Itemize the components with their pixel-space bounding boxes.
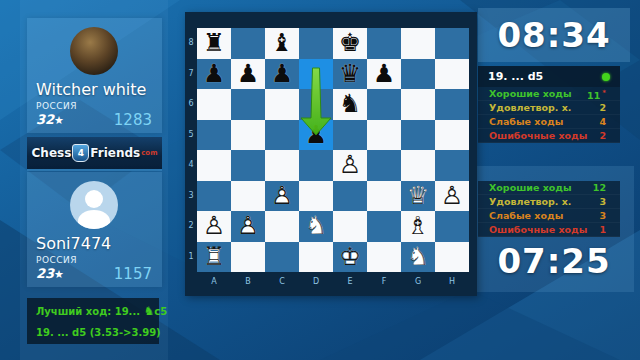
white-rook-piece[interactable]: ♜♖ bbox=[197, 242, 231, 273]
stat-row: Слабые ходы3 bbox=[478, 209, 620, 223]
white-pawn-piece[interactable]: ♟♙ bbox=[435, 181, 469, 212]
square-h7[interactable] bbox=[435, 59, 469, 90]
stat-value: 3 bbox=[599, 195, 606, 208]
square-f1[interactable] bbox=[367, 242, 401, 273]
chess4friends-logo[interactable]: Chess 4 Friends com bbox=[27, 137, 162, 171]
square-c5[interactable] bbox=[265, 120, 299, 151]
black-pawn-piece[interactable]: ♟ bbox=[367, 59, 401, 90]
player-panel-bottom: Soni7474 РОССИЯ 23★ 1157 bbox=[27, 172, 162, 287]
black-knight-piece[interactable]: ♞ bbox=[333, 89, 367, 120]
white-bishop-piece[interactable]: ♝♗ bbox=[401, 211, 435, 242]
square-b1[interactable] bbox=[231, 242, 265, 273]
stat-row: Удовлетвор. х.3 bbox=[478, 195, 620, 209]
rank-label: 3 bbox=[185, 181, 197, 212]
black-pawn-piece[interactable]: ♟ bbox=[197, 59, 231, 90]
square-c6[interactable] bbox=[265, 89, 299, 120]
player-bottom-avatar bbox=[70, 181, 118, 229]
stat-row: Хорошие ходы11* bbox=[478, 87, 620, 101]
black-king-piece[interactable]: ♚ bbox=[333, 28, 367, 59]
logo-word2: Friends bbox=[90, 146, 140, 160]
played-move-line: 19. ... d5 (3.53->3.99) bbox=[36, 327, 150, 338]
white-pawn-piece[interactable]: ♟♙ bbox=[231, 211, 265, 242]
black-pawn-piece[interactable]: ♟ bbox=[265, 59, 299, 90]
file-label: A bbox=[197, 272, 231, 296]
current-move-text: 19. ... d5 bbox=[488, 70, 543, 83]
file-label: G bbox=[401, 272, 435, 296]
star-icon: ★ bbox=[54, 114, 64, 127]
square-e6[interactable]: ♞ bbox=[333, 89, 367, 120]
square-d3[interactable] bbox=[299, 181, 333, 212]
square-g7[interactable] bbox=[401, 59, 435, 90]
file-label: C bbox=[265, 272, 299, 296]
square-d1[interactable] bbox=[299, 242, 333, 273]
rank-label: 1 bbox=[185, 242, 197, 273]
square-f2[interactable] bbox=[367, 211, 401, 242]
white-king-piece[interactable]: ♚♔ bbox=[333, 242, 367, 273]
stat-label: Хорошие ходы bbox=[489, 181, 572, 194]
square-g1[interactable]: ♞♘ bbox=[401, 242, 435, 273]
square-a5[interactable] bbox=[197, 120, 231, 151]
chess-board[interactable]: 87654321 ♜♝♚♟♟♟♛♟♞♟♟♙♟♙♛♕♟♙♟♙♟♙♞♘♝♗♜♖♚♔♞… bbox=[185, 12, 477, 296]
square-d6[interactable] bbox=[299, 89, 333, 120]
rank-label: 5 bbox=[185, 120, 197, 151]
stat-label: Удовлетвор. х. bbox=[489, 195, 571, 208]
white-pawn-piece[interactable]: ♟♙ bbox=[265, 181, 299, 212]
white-pawn-piece[interactable]: ♟♙ bbox=[197, 211, 231, 242]
stat-row: Хорошие ходы12 bbox=[478, 181, 620, 195]
logo-shield-icon: 4 bbox=[72, 144, 89, 162]
square-g2[interactable]: ♝♗ bbox=[401, 211, 435, 242]
black-rook-piece[interactable]: ♜ bbox=[197, 28, 231, 59]
stat-mark: * bbox=[602, 89, 606, 97]
black-pawn-piece[interactable]: ♟ bbox=[299, 120, 333, 151]
stat-label: Слабые ходы bbox=[489, 209, 563, 222]
square-h2[interactable] bbox=[435, 211, 469, 242]
file-label: F bbox=[367, 272, 401, 296]
best-move-line: Лучший ход: 19... ♞c5 bbox=[36, 304, 150, 318]
square-h5[interactable] bbox=[435, 120, 469, 151]
file-labels: ABCDEFGH bbox=[197, 272, 469, 296]
square-b8[interactable] bbox=[231, 28, 265, 59]
square-c7[interactable]: ♟ bbox=[265, 59, 299, 90]
stat-value: 4 bbox=[599, 115, 606, 128]
rank-label: 4 bbox=[185, 150, 197, 181]
file-label: E bbox=[333, 272, 367, 296]
black-queen-piece[interactable]: ♛ bbox=[333, 59, 367, 90]
square-f4[interactable] bbox=[367, 150, 401, 181]
square-e2[interactable] bbox=[333, 211, 367, 242]
stat-row: Слабые ходы4 bbox=[478, 115, 620, 129]
white-knight-piece[interactable]: ♞♘ bbox=[401, 242, 435, 273]
square-c3[interactable]: ♟♙ bbox=[265, 181, 299, 212]
square-g3[interactable]: ♛♕ bbox=[401, 181, 435, 212]
square-f6[interactable] bbox=[367, 89, 401, 120]
square-d4[interactable] bbox=[299, 150, 333, 181]
square-d5[interactable]: ♟ bbox=[299, 120, 333, 151]
player-top-rating: 1283 bbox=[114, 111, 152, 129]
square-a7[interactable]: ♟ bbox=[197, 59, 231, 90]
square-e8[interactable]: ♚ bbox=[333, 28, 367, 59]
square-f3[interactable] bbox=[367, 181, 401, 212]
square-h3[interactable]: ♟♙ bbox=[435, 181, 469, 212]
square-b7[interactable]: ♟ bbox=[231, 59, 265, 90]
square-g6[interactable] bbox=[401, 89, 435, 120]
square-d8[interactable] bbox=[299, 28, 333, 59]
stat-value: 2 bbox=[599, 101, 606, 114]
square-c2[interactable] bbox=[265, 211, 299, 242]
file-label: H bbox=[435, 272, 469, 296]
rank-labels: 87654321 bbox=[185, 28, 197, 272]
black-bishop-piece[interactable]: ♝ bbox=[265, 28, 299, 59]
stat-value: 12 bbox=[593, 181, 606, 194]
square-c1[interactable] bbox=[265, 242, 299, 273]
stat-label: Удовлетвор. х. bbox=[489, 101, 571, 114]
stat-label: Ошибочные ходы bbox=[489, 129, 587, 142]
stat-label: Слабые ходы bbox=[489, 115, 563, 128]
rank-label: 6 bbox=[185, 89, 197, 120]
square-d7[interactable] bbox=[299, 59, 333, 90]
square-a1[interactable]: ♜♖ bbox=[197, 242, 231, 273]
square-e7[interactable]: ♛ bbox=[333, 59, 367, 90]
file-label: D bbox=[299, 272, 333, 296]
player-top-stars: 32★ bbox=[36, 112, 64, 127]
square-h6[interactable] bbox=[435, 89, 469, 120]
white-pawn-piece[interactable]: ♟♙ bbox=[333, 150, 367, 181]
rank-label: 8 bbox=[185, 28, 197, 59]
knight-icon: ♞ bbox=[143, 304, 154, 318]
stat-value: 11* bbox=[587, 87, 606, 100]
square-a3[interactable] bbox=[197, 181, 231, 212]
square-b2[interactable]: ♟♙ bbox=[231, 211, 265, 242]
square-f5[interactable] bbox=[367, 120, 401, 151]
avatar-silhouette-icon bbox=[85, 190, 103, 208]
file-label: B bbox=[231, 272, 265, 296]
square-h8[interactable] bbox=[435, 28, 469, 59]
rank-label: 2 bbox=[185, 211, 197, 242]
player-top-name: Witcher white bbox=[36, 80, 156, 99]
player-panel-top: Witcher white РОССИЯ 32★ 1283 bbox=[27, 18, 162, 133]
stats-bottom: Хорошие ходы12Удовлетвор. х.3Слабые ходы… bbox=[478, 181, 620, 237]
square-f8[interactable] bbox=[367, 28, 401, 59]
square-b4[interactable] bbox=[231, 150, 265, 181]
white-knight-piece[interactable]: ♞♘ bbox=[299, 211, 333, 242]
stat-value: 3 bbox=[599, 209, 606, 222]
square-c4[interactable] bbox=[265, 150, 299, 181]
white-queen-piece[interactable]: ♛♕ bbox=[401, 181, 435, 212]
analysis-panel: Лучший ход: 19... ♞c5 19. ... d5 (3.53->… bbox=[27, 298, 159, 344]
square-h1[interactable] bbox=[435, 242, 469, 273]
clock-top: 08:34 bbox=[478, 8, 630, 62]
square-a4[interactable] bbox=[197, 150, 231, 181]
square-b5[interactable] bbox=[231, 120, 265, 151]
square-g5[interactable] bbox=[401, 120, 435, 151]
player-top-avatar bbox=[70, 27, 118, 75]
square-b3[interactable] bbox=[231, 181, 265, 212]
square-e3[interactable] bbox=[333, 181, 367, 212]
clock-bottom: 07:25 bbox=[478, 234, 630, 288]
stat-label: Хорошие ходы bbox=[489, 87, 572, 100]
player-bottom-name: Soni7474 bbox=[36, 234, 156, 253]
square-a2[interactable]: ♟♙ bbox=[197, 211, 231, 242]
stat-value: 2 bbox=[599, 129, 606, 142]
player-bottom-stars: 23★ bbox=[36, 266, 64, 281]
rank-label: 7 bbox=[185, 59, 197, 90]
square-h4[interactable] bbox=[435, 150, 469, 181]
square-e1[interactable]: ♚♔ bbox=[333, 242, 367, 273]
square-c8[interactable]: ♝ bbox=[265, 28, 299, 59]
square-a6[interactable] bbox=[197, 89, 231, 120]
stat-row: Ошибочные ходы2 bbox=[478, 129, 620, 143]
square-g8[interactable] bbox=[401, 28, 435, 59]
player-top-country: РОССИЯ bbox=[36, 101, 77, 111]
stats-top: Хорошие ходы11*Удовлетвор. х.2Слабые ход… bbox=[478, 87, 620, 143]
current-move-bar: 19. ... d5 bbox=[478, 66, 620, 87]
star-icon: ★ bbox=[54, 268, 64, 281]
player-bottom-rating: 1157 bbox=[114, 265, 152, 283]
square-d2[interactable]: ♞♘ bbox=[299, 211, 333, 242]
logo-tld: com bbox=[141, 149, 157, 157]
board-grid[interactable]: ♜♝♚♟♟♟♛♟♞♟♟♙♟♙♛♕♟♙♟♙♟♙♞♘♝♗♜♖♚♔♞♘ bbox=[197, 28, 469, 272]
player-bottom-country: РОССИЯ bbox=[36, 255, 77, 265]
square-a8[interactable]: ♜ bbox=[197, 28, 231, 59]
status-dot-icon bbox=[602, 73, 610, 81]
square-e4[interactable]: ♟♙ bbox=[333, 150, 367, 181]
black-pawn-piece[interactable]: ♟ bbox=[231, 59, 265, 90]
square-e5[interactable] bbox=[333, 120, 367, 151]
stat-row: Удовлетвор. х.2 bbox=[478, 101, 620, 115]
square-b6[interactable] bbox=[231, 89, 265, 120]
square-f7[interactable]: ♟ bbox=[367, 59, 401, 90]
logo-word1: Chess bbox=[32, 146, 72, 160]
square-g4[interactable] bbox=[401, 150, 435, 181]
